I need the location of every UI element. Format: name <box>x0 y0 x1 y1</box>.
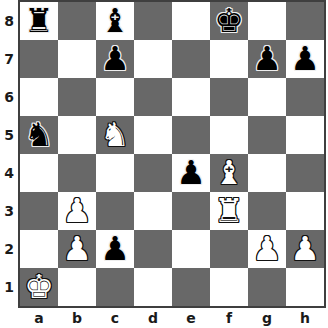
square-a8[interactable]: ♜ <box>20 2 58 40</box>
square-e7[interactable] <box>172 40 210 78</box>
white-pawn-b2[interactable]: ♟ <box>62 232 92 265</box>
white-knight-c5[interactable]: ♞ <box>100 118 130 151</box>
black-knight-a5[interactable]: ♞ <box>24 118 54 151</box>
square-g6[interactable] <box>248 78 286 116</box>
square-g4[interactable] <box>248 154 286 192</box>
square-e3[interactable] <box>172 192 210 230</box>
square-d7[interactable] <box>134 40 172 78</box>
square-d8[interactable] <box>134 2 172 40</box>
black-king-f8[interactable]: ♚ <box>214 4 244 37</box>
square-b2[interactable]: ♟ <box>58 230 96 268</box>
square-f3[interactable]: ♜ <box>210 192 248 230</box>
square-f7[interactable] <box>210 40 248 78</box>
file-label-e: e <box>172 308 210 328</box>
square-g5[interactable] <box>248 116 286 154</box>
file-label-f: f <box>210 308 248 328</box>
square-h3[interactable] <box>286 192 324 230</box>
rank-label-5: 5 <box>0 116 18 154</box>
square-g7[interactable]: ♟ <box>248 40 286 78</box>
square-d2[interactable] <box>134 230 172 268</box>
square-b3[interactable]: ♟ <box>58 192 96 230</box>
rank-label-1: 1 <box>0 268 18 306</box>
square-c8[interactable]: ♝ <box>96 2 134 40</box>
white-pawn-b3[interactable]: ♟ <box>62 194 92 227</box>
square-b1[interactable] <box>58 268 96 306</box>
square-d1[interactable] <box>134 268 172 306</box>
square-g3[interactable] <box>248 192 286 230</box>
black-rook-a8[interactable]: ♜ <box>24 4 54 37</box>
file-label-a: a <box>20 308 58 328</box>
white-pawn-h2[interactable]: ♟ <box>290 232 320 265</box>
white-bishop-f4[interactable]: ♝ <box>214 156 244 189</box>
white-rook-f3[interactable]: ♜ <box>214 194 244 227</box>
square-c4[interactable] <box>96 154 134 192</box>
square-c7[interactable]: ♟ <box>96 40 134 78</box>
square-a7[interactable] <box>20 40 58 78</box>
square-h1[interactable] <box>286 268 324 306</box>
black-pawn-g7[interactable]: ♟ <box>252 42 282 75</box>
square-d4[interactable] <box>134 154 172 192</box>
square-e6[interactable] <box>172 78 210 116</box>
square-b5[interactable] <box>58 116 96 154</box>
square-b7[interactable] <box>58 40 96 78</box>
square-c2[interactable]: ♟ <box>96 230 134 268</box>
square-h7[interactable]: ♟ <box>286 40 324 78</box>
rank-label-6: 6 <box>0 78 18 116</box>
square-g1[interactable] <box>248 268 286 306</box>
square-f2[interactable] <box>210 230 248 268</box>
black-pawn-c7[interactable]: ♟ <box>100 42 130 75</box>
square-h8[interactable] <box>286 2 324 40</box>
square-a5[interactable]: ♞ <box>20 116 58 154</box>
square-h4[interactable] <box>286 154 324 192</box>
black-pawn-c2[interactable]: ♟ <box>100 232 130 265</box>
rank-label-7: 7 <box>0 40 18 78</box>
square-c6[interactable] <box>96 78 134 116</box>
square-e1[interactable] <box>172 268 210 306</box>
rank-label-8: 8 <box>0 2 18 40</box>
rank-label-4: 4 <box>0 154 18 192</box>
square-d3[interactable] <box>134 192 172 230</box>
rank-labels: 87654321 <box>0 0 18 308</box>
square-c5[interactable]: ♞ <box>96 116 134 154</box>
square-f1[interactable] <box>210 268 248 306</box>
file-label-g: g <box>248 308 286 328</box>
chess-diagram: 87654321 ♜♝♚♟♟♟♞♞♟♝♟♜♟♟♟♟♚ abcdefgh <box>0 0 328 328</box>
square-f8[interactable]: ♚ <box>210 2 248 40</box>
square-a6[interactable] <box>20 78 58 116</box>
file-label-h: h <box>286 308 324 328</box>
black-pawn-h7[interactable]: ♟ <box>290 42 320 75</box>
square-e8[interactable] <box>172 2 210 40</box>
square-c3[interactable] <box>96 192 134 230</box>
black-pawn-e4[interactable]: ♟ <box>176 156 206 189</box>
square-e5[interactable] <box>172 116 210 154</box>
square-h5[interactable] <box>286 116 324 154</box>
square-a4[interactable] <box>20 154 58 192</box>
square-b8[interactable] <box>58 2 96 40</box>
square-f5[interactable] <box>210 116 248 154</box>
square-g2[interactable]: ♟ <box>248 230 286 268</box>
square-b6[interactable] <box>58 78 96 116</box>
black-bishop-c8[interactable]: ♝ <box>100 4 130 37</box>
white-king-a1[interactable]: ♚ <box>24 270 54 303</box>
file-label-d: d <box>134 308 172 328</box>
square-g8[interactable] <box>248 2 286 40</box>
square-f4[interactable]: ♝ <box>210 154 248 192</box>
square-a2[interactable] <box>20 230 58 268</box>
white-pawn-g2[interactable]: ♟ <box>252 232 282 265</box>
chess-board: ♜♝♚♟♟♟♞♞♟♝♟♜♟♟♟♟♚ <box>18 0 326 308</box>
square-e4[interactable]: ♟ <box>172 154 210 192</box>
square-e2[interactable] <box>172 230 210 268</box>
square-b4[interactable] <box>58 154 96 192</box>
rank-label-2: 2 <box>0 230 18 268</box>
square-d6[interactable] <box>134 78 172 116</box>
file-label-b: b <box>58 308 96 328</box>
square-a3[interactable] <box>20 192 58 230</box>
square-d5[interactable] <box>134 116 172 154</box>
square-a1[interactable]: ♚ <box>20 268 58 306</box>
square-f6[interactable] <box>210 78 248 116</box>
rank-label-3: 3 <box>0 192 18 230</box>
square-c1[interactable] <box>96 268 134 306</box>
square-h6[interactable] <box>286 78 324 116</box>
file-labels: abcdefgh <box>18 308 328 328</box>
square-h2[interactable]: ♟ <box>286 230 324 268</box>
file-label-c: c <box>96 308 134 328</box>
